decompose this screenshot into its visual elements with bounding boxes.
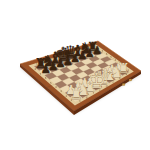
white-rook-h1[interactable]: ♜ <box>70 85 84 103</box>
rank-label: 5 <box>50 81 52 85</box>
brass-latch-icon <box>122 84 125 86</box>
rank-label: 4 <box>55 85 57 89</box>
rank-label: 6 <box>106 52 108 56</box>
black-pawn-h7[interactable]: ♟ <box>41 62 51 76</box>
rank-label: 6 <box>45 76 47 80</box>
rank-label: 5 <box>110 55 112 59</box>
chess-set-photo: aabbccddeeffgghh8877665544332211♜♞♟♝♟♛♟♚… <box>0 0 150 150</box>
rank-label: 3 <box>60 89 62 93</box>
chess-board: aabbccddeeffgghh8877665544332211♜♞♟♝♟♛♟♚… <box>0 0 150 150</box>
brass-latch-icon <box>129 79 132 81</box>
